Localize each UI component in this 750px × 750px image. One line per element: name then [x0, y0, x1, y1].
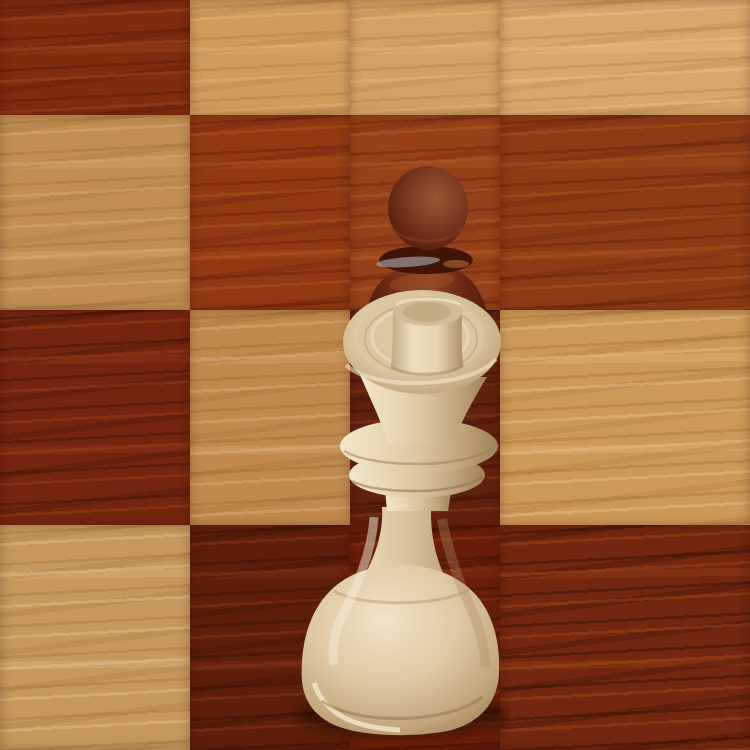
- king-shape: [296, 290, 508, 737]
- square-r1-c1-dark[interactable]: [0, 0, 190, 115]
- square-r4-c4-dark[interactable]: [500, 525, 750, 750]
- square-r1-c3-light[interactable]: [350, 0, 500, 115]
- square-r2-c2-dark[interactable]: [190, 115, 350, 310]
- square-r4-c1-light[interactable]: [0, 525, 190, 750]
- square-r1-c2-light[interactable]: [190, 0, 350, 115]
- square-r2-c1-light[interactable]: [0, 115, 190, 310]
- square-r1-c4-light[interactable]: [500, 0, 750, 115]
- white-king[interactable]: [290, 285, 510, 740]
- square-r3-c1-dark[interactable]: [0, 310, 190, 525]
- square-r2-c4-dark[interactable]: [500, 115, 750, 310]
- chessboard-photo: [0, 0, 750, 750]
- square-r3-c4-light[interactable]: [500, 310, 750, 525]
